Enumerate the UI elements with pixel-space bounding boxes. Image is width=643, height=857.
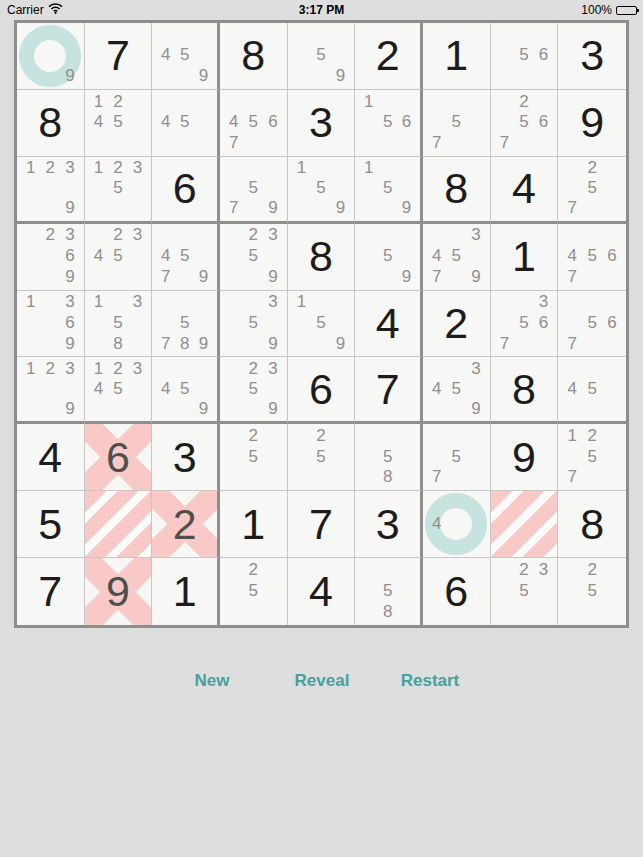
cell-r3c4[interactable]: 579 <box>220 157 288 224</box>
cell-r9c5[interactable]: 4 <box>288 558 356 625</box>
cell-value: 2 <box>152 491 217 557</box>
cell-value: 6 <box>85 424 152 490</box>
cell-value: 8 <box>17 90 84 156</box>
cell-r1c8[interactable]: 56 <box>491 23 559 90</box>
pencil-marks: 4 <box>427 492 486 554</box>
cell-r7c9[interactable]: 1257 <box>558 424 626 491</box>
pencil-marks: 56 <box>495 24 554 86</box>
button-row: New Reveal Restart <box>0 671 643 693</box>
pencil-marks: 3567 <box>495 292 554 354</box>
cell-value: 3 <box>558 23 626 89</box>
cell-r8c4[interactable]: 1 <box>220 491 288 558</box>
cell-value: 7 <box>85 23 152 89</box>
cell-value: 6 <box>288 357 355 421</box>
cell-value: 8 <box>423 157 490 221</box>
cell-r1c7[interactable]: 1 <box>423 23 491 90</box>
cell-value: 7 <box>288 491 355 557</box>
cell-value: 4 <box>491 157 558 221</box>
cell-r8c3[interactable]: 2 <box>152 491 220 558</box>
cell-r5c3[interactable]: 5789 <box>152 291 220 358</box>
cell-value: 8 <box>220 23 287 89</box>
cell-value: 6 <box>423 558 490 625</box>
pencil-marks: 59 <box>292 24 351 86</box>
pencil-marks: 359 <box>224 292 283 354</box>
pencil-marks: 57 <box>427 91 486 153</box>
cell-r6c1[interactable]: 1239 <box>17 357 85 424</box>
cell-r8c7[interactable]: 4 <box>423 491 491 558</box>
pencil-marks: 58 <box>359 559 416 622</box>
pencil-marks: 2567 <box>495 91 554 153</box>
reveal-button[interactable]: Reveal <box>295 671 350 691</box>
cell-value: 1 <box>491 224 558 290</box>
cell-r7c7[interactable]: 57 <box>423 424 491 491</box>
cell-r5c5[interactable]: 159 <box>288 291 356 358</box>
cell-value: 1 <box>423 23 490 89</box>
pencil-marks: 159 <box>292 158 351 218</box>
cell-r7c4[interactable]: 25 <box>220 424 288 491</box>
cell-r2c2[interactable]: 1245 <box>85 90 153 157</box>
cell-r5c6[interactable]: 4 <box>355 291 423 358</box>
cell-value: 3 <box>152 424 217 490</box>
cell-r1c1[interactable]: 9 <box>17 23 85 90</box>
cell-r1c6[interactable]: 2 <box>355 23 423 90</box>
cell-r9c7[interactable]: 6 <box>423 558 491 625</box>
pencil-marks: 156 <box>359 91 416 153</box>
pencil-marks: 45 <box>562 358 622 418</box>
hint-slider-bar: i <box>0 630 643 662</box>
cell-r3c6[interactable]: 159 <box>355 157 423 224</box>
pencil-marks: 579 <box>224 158 283 218</box>
pencil-marks: 235 <box>495 559 554 622</box>
cell-value: 9 <box>558 90 626 156</box>
cell-r9c4[interactable]: 25 <box>220 558 288 625</box>
cell-value: 1 <box>220 491 287 557</box>
cell-r1c4[interactable]: 8 <box>220 23 288 90</box>
pencil-marks: 2369 <box>21 225 80 287</box>
cell-value: 4 <box>355 291 420 357</box>
cell-r2c3[interactable]: 45 <box>152 90 220 157</box>
cell-r3c9[interactable]: 257 <box>558 157 626 224</box>
cell-r5c4[interactable]: 359 <box>220 291 288 358</box>
cell-r8c9[interactable]: 8 <box>558 491 626 558</box>
pencil-marks: 459 <box>156 24 213 86</box>
cell-value: 2 <box>423 291 490 357</box>
pencil-marks: 5789 <box>156 292 213 354</box>
cell-r1c5[interactable]: 59 <box>288 23 356 90</box>
pencil-marks: 25 <box>562 559 622 622</box>
pencil-marks: 34579 <box>427 225 486 287</box>
pencil-marks: 1239 <box>21 158 80 218</box>
pencil-marks: 1369 <box>21 292 80 354</box>
cell-value: 3 <box>355 491 420 557</box>
cell-r9c8[interactable]: 235 <box>491 558 559 625</box>
pencil-marks: 12345 <box>89 358 148 418</box>
cell-r3c5[interactable]: 159 <box>288 157 356 224</box>
cell-r8c5[interactable]: 7 <box>288 491 356 558</box>
status-bar: Carrier 3:17 PM 100% <box>0 0 643 20</box>
cell-r3c7[interactable]: 8 <box>423 157 491 224</box>
battery-percent: 100% <box>581 3 612 17</box>
cell-r6c8[interactable]: 8 <box>491 357 559 424</box>
cell-r4c4[interactable]: 2359 <box>220 224 288 291</box>
cell-r3c2[interactable]: 1235 <box>85 157 153 224</box>
cell-r4c5[interactable]: 8 <box>288 224 356 291</box>
cell-r6c7[interactable]: 3459 <box>423 357 491 424</box>
pencil-marks: 1358 <box>89 292 148 354</box>
pencil-marks: 58 <box>359 425 416 487</box>
cell-r7c1[interactable]: 4 <box>17 424 85 491</box>
cell-r5c2[interactable]: 1358 <box>85 291 153 358</box>
pencil-marks: 567 <box>562 292 622 354</box>
cell-r9c2[interactable]: 9 <box>85 558 153 625</box>
cell-r5c8[interactable]: 3567 <box>491 291 559 358</box>
cell-r9c6[interactable]: 58 <box>355 558 423 625</box>
cell-r4c6[interactable]: 59 <box>355 224 423 291</box>
cell-r7c5[interactable]: 25 <box>288 424 356 491</box>
cell-r8c6[interactable]: 3 <box>355 491 423 558</box>
cell-r2c6[interactable]: 156 <box>355 90 423 157</box>
pencil-marks: 257 <box>562 158 622 218</box>
cell-value: 7 <box>17 558 84 625</box>
cell-r6c3[interactable]: 459 <box>152 357 220 424</box>
pencil-marks: 1245 <box>89 91 148 153</box>
pencil-marks: 3459 <box>427 358 486 418</box>
cell-value: 9 <box>491 424 558 490</box>
cell-r1c9[interactable]: 3 <box>558 23 626 90</box>
cell-r9c9[interactable]: 25 <box>558 558 626 625</box>
pencil-marks: 1235 <box>89 158 148 218</box>
cell-r6c4[interactable]: 2359 <box>220 357 288 424</box>
cell-r6c9[interactable]: 45 <box>558 357 626 424</box>
cell-r2c4[interactable]: 4567 <box>220 90 288 157</box>
cell-value: 6 <box>152 157 217 221</box>
cell-r4c8[interactable]: 1 <box>491 224 559 291</box>
cell-r4c3[interactable]: 4579 <box>152 224 220 291</box>
cell-r6c2[interactable]: 12345 <box>85 357 153 424</box>
pencil-marks: 45 <box>156 91 213 153</box>
cell-value: 9 <box>85 558 152 625</box>
pencil-marks: 159 <box>359 158 416 218</box>
cell-r7c3[interactable]: 3 <box>152 424 220 491</box>
pencil-marks: 57 <box>427 425 486 487</box>
cell-r4c2[interactable]: 2345 <box>85 224 153 291</box>
cell-r3c1[interactable]: 1239 <box>17 157 85 224</box>
pencil-marks: 25 <box>224 425 283 487</box>
pencil-marks: 59 <box>359 225 416 287</box>
cell-value: 7 <box>355 357 420 421</box>
pencil-marks: 25 <box>292 425 351 487</box>
cell-r4c9[interactable]: 4567 <box>558 224 626 291</box>
pencil-marks: 2345 <box>89 225 148 287</box>
cell-r2c1[interactable]: 8 <box>17 90 85 157</box>
pencil-marks: 2359 <box>224 358 283 418</box>
cell-value: 4 <box>17 424 84 490</box>
cell-r7c8[interactable]: 9 <box>491 424 559 491</box>
cell-r2c9[interactable]: 9 <box>558 90 626 157</box>
pencil-marks: 4567 <box>562 225 622 287</box>
pencil-marks: 4567 <box>224 91 283 153</box>
cell-r5c1[interactable]: 1369 <box>17 291 85 358</box>
cell-r3c3[interactable]: 6 <box>152 157 220 224</box>
cell-r6c6[interactable]: 7 <box>355 357 423 424</box>
cell-r5c7[interactable]: 2 <box>423 291 491 358</box>
cell-r5c9[interactable]: 567 <box>558 291 626 358</box>
cell-r4c7[interactable]: 34579 <box>423 224 491 291</box>
cell-value: 1 <box>152 558 217 625</box>
cell-r2c5[interactable]: 3 <box>288 90 356 157</box>
cell-value: 5 <box>17 491 84 557</box>
cell-r9c1[interactable]: 7 <box>17 558 85 625</box>
cell-value: 8 <box>288 224 355 290</box>
pencil-marks: 459 <box>156 358 213 418</box>
cell-r8c8[interactable] <box>491 491 559 558</box>
cell-r1c3[interactable]: 459 <box>152 23 220 90</box>
cell-r2c7[interactable]: 57 <box>423 90 491 157</box>
cell-r9c3[interactable]: 1 <box>152 558 220 625</box>
cell-r2c8[interactable]: 2567 <box>491 90 559 157</box>
cell-value: 3 <box>288 90 355 156</box>
battery-icon <box>616 6 637 15</box>
cell-value: 8 <box>558 491 626 557</box>
cell-r4c1[interactable]: 2369 <box>17 224 85 291</box>
pencil-marks: 9 <box>21 24 80 86</box>
cell-r6c5[interactable]: 6 <box>288 357 356 424</box>
pencil-marks: 4579 <box>156 225 213 287</box>
pencil-marks: 159 <box>292 292 351 354</box>
pencil-marks: 1239 <box>21 358 80 418</box>
pencil-marks: 1257 <box>562 425 622 487</box>
clock: 3:17 PM <box>0 3 643 17</box>
cell-r8c1[interactable]: 5 <box>17 491 85 558</box>
cell-value: 8 <box>491 357 558 421</box>
cell-value: 2 <box>355 23 420 89</box>
cell-r7c2[interactable]: 6 <box>85 424 153 491</box>
cell-r7c6[interactable]: 58 <box>355 424 423 491</box>
cell-r8c2[interactable] <box>85 491 153 558</box>
cell-r3c8[interactable]: 4 <box>491 157 559 224</box>
pencil-marks: 2359 <box>224 225 283 287</box>
new-button[interactable]: New <box>195 671 230 691</box>
cell-value: 4 <box>288 558 355 625</box>
pencil-marks: 25 <box>224 559 283 622</box>
sudoku-board: 9745985921563812454545673156572567912391… <box>14 20 629 628</box>
cell-r1c2[interactable]: 7 <box>85 23 153 90</box>
restart-button[interactable]: Restart <box>401 671 460 691</box>
